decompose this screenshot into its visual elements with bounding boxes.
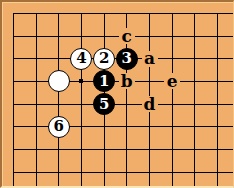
go-board-diagram: cabed423156 bbox=[0, 0, 234, 188]
grid-line-horizontal bbox=[13, 126, 233, 127]
white-stone bbox=[48, 70, 70, 92]
point-label-c: c bbox=[119, 28, 135, 44]
grid-line-horizontal bbox=[13, 13, 233, 14]
point-label-d: d bbox=[142, 96, 158, 112]
white-stone-2: 2 bbox=[93, 48, 115, 70]
grid-line-horizontal bbox=[13, 172, 233, 173]
grid-line-horizontal bbox=[13, 104, 233, 105]
white-stone-6: 6 bbox=[48, 116, 70, 138]
point-label-e: e bbox=[164, 73, 180, 89]
hoshi-marker bbox=[79, 79, 83, 83]
grid-line-horizontal bbox=[13, 149, 233, 150]
black-stone-3: 3 bbox=[116, 48, 138, 70]
grid-line-vertical bbox=[36, 13, 37, 186]
grid-line-vertical bbox=[13, 13, 14, 186]
point-label-b: b bbox=[119, 73, 135, 89]
white-stone-4: 4 bbox=[70, 48, 92, 70]
grid-line-vertical bbox=[194, 13, 195, 186]
grid-line-vertical bbox=[81, 13, 82, 186]
point-label-a: a bbox=[142, 51, 158, 67]
grid-line-vertical bbox=[172, 13, 173, 186]
grid-lines bbox=[2, 2, 233, 186]
grid-line-vertical bbox=[217, 13, 218, 186]
grid-line-vertical bbox=[58, 13, 59, 186]
